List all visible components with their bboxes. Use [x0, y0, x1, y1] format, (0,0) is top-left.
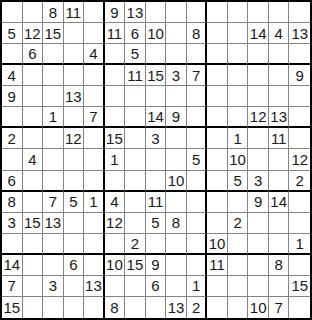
cell-r6c11[interactable] — [207, 107, 228, 128]
cell-r13c7: 15 — [125, 255, 146, 276]
cell-r5c10[interactable] — [187, 86, 208, 107]
cell-r4c11[interactable] — [207, 65, 228, 86]
cell-r9c4[interactable] — [64, 171, 85, 192]
cell-r7c1: 2 — [2, 128, 23, 149]
cell-r12c8[interactable] — [146, 234, 167, 255]
cell-r1c4: 11 — [64, 2, 85, 23]
cell-r11c9: 8 — [166, 213, 187, 234]
cell-r12c7: 2 — [125, 234, 146, 255]
cell-r14c8: 6 — [146, 276, 167, 297]
cell-r10c1: 8 — [2, 192, 23, 213]
cell-r1c13[interactable] — [248, 2, 269, 23]
cell-r10c5: 1 — [84, 192, 105, 213]
cell-r15c6: 8 — [105, 297, 126, 318]
cell-r15c8[interactable] — [146, 297, 167, 318]
cell-r13c6: 10 — [105, 255, 126, 276]
cell-r11c7[interactable] — [125, 213, 146, 234]
cell-r14c13[interactable] — [248, 276, 269, 297]
cell-r11c11[interactable] — [207, 213, 228, 234]
cell-r12c3[interactable] — [43, 234, 64, 255]
cell-r3c11[interactable] — [207, 44, 228, 65]
cell-r7c10[interactable] — [187, 128, 208, 149]
cell-r11c12: 2 — [228, 213, 249, 234]
cell-r4c15: 9 — [289, 65, 310, 86]
cell-r12c2[interactable] — [23, 234, 44, 255]
cell-r3c3[interactable] — [43, 44, 64, 65]
cell-r6c10[interactable] — [187, 107, 208, 128]
cell-r5c4: 13 — [64, 86, 85, 107]
cell-r8c15: 12 — [289, 149, 310, 170]
cell-r13c9[interactable] — [166, 255, 187, 276]
cell-r2c12[interactable] — [228, 23, 249, 44]
cell-r6c7[interactable] — [125, 107, 146, 128]
cell-r1c5[interactable] — [84, 2, 105, 23]
cell-r2c2: 12 — [23, 23, 44, 44]
cell-r10c15[interactable] — [289, 192, 310, 213]
cell-r8c10: 5 — [187, 149, 208, 170]
cell-r14c5: 13 — [84, 276, 105, 297]
cell-r2c13: 14 — [248, 23, 269, 44]
cell-r12c12[interactable] — [228, 234, 249, 255]
cell-r6c8: 14 — [146, 107, 167, 128]
cell-r9c8[interactable] — [146, 171, 167, 192]
cell-r15c5[interactable] — [84, 297, 105, 318]
cell-r9c13: 3 — [248, 171, 269, 192]
cell-r12c4[interactable] — [64, 234, 85, 255]
cell-r9c9: 10 — [166, 171, 187, 192]
cell-r10c3: 7 — [43, 192, 64, 213]
cell-r8c9[interactable] — [166, 149, 187, 170]
cell-r6c4[interactable] — [64, 107, 85, 128]
cell-r15c9: 13 — [166, 297, 187, 318]
cell-r2c3: 15 — [43, 23, 64, 44]
cell-r4c1: 4 — [2, 65, 23, 86]
cell-r3c7: 5 — [125, 44, 146, 65]
cell-r1c6: 9 — [105, 2, 126, 23]
cell-r3c1[interactable] — [2, 44, 23, 65]
cell-r2c9[interactable] — [166, 23, 187, 44]
cell-r9c6[interactable] — [105, 171, 126, 192]
cell-r6c14: 13 — [269, 107, 290, 128]
cell-r14c1: 7 — [2, 276, 23, 297]
cell-r13c12[interactable] — [228, 255, 249, 276]
cell-r9c7[interactable] — [125, 171, 146, 192]
cell-r14c3: 3 — [43, 276, 64, 297]
cell-r4c9: 3 — [166, 65, 187, 86]
cell-r5c5[interactable] — [84, 86, 105, 107]
cell-r4c4[interactable] — [64, 65, 85, 86]
cell-r10c14: 14 — [269, 192, 290, 213]
cell-r2c10: 8 — [187, 23, 208, 44]
cell-r1c15[interactable] — [289, 2, 310, 23]
cell-r7c15[interactable] — [289, 128, 310, 149]
cell-r4c6[interactable] — [105, 65, 126, 86]
cell-r8c4[interactable] — [64, 149, 85, 170]
cell-r5c11[interactable] — [207, 86, 228, 107]
cell-r11c5[interactable] — [84, 213, 105, 234]
cell-r5c15[interactable] — [289, 86, 310, 107]
cell-r9c2[interactable] — [23, 171, 44, 192]
cell-r4c8: 15 — [146, 65, 167, 86]
cell-r9c14[interactable] — [269, 171, 290, 192]
cell-r9c15: 2 — [289, 171, 310, 192]
cell-r13c8: 9 — [146, 255, 167, 276]
cell-r10c7[interactable] — [125, 192, 146, 213]
cell-r5c1: 9 — [2, 86, 23, 107]
cell-r12c13[interactable] — [248, 234, 269, 255]
cell-r13c3[interactable] — [43, 255, 64, 276]
cell-r7c13[interactable] — [248, 128, 269, 149]
cell-r3c10[interactable] — [187, 44, 208, 65]
cell-r10c4: 5 — [64, 192, 85, 213]
cell-r13c14: 8 — [269, 255, 290, 276]
cell-r14c12[interactable] — [228, 276, 249, 297]
cell-r11c10[interactable] — [187, 213, 208, 234]
cell-r1c11[interactable] — [207, 2, 228, 23]
cell-r11c14[interactable] — [269, 213, 290, 234]
cell-r11c15[interactable] — [289, 213, 310, 234]
cell-r8c5[interactable] — [84, 149, 105, 170]
cell-r15c12[interactable] — [228, 297, 249, 318]
cell-r15c1: 15 — [2, 297, 23, 318]
cell-r11c4[interactable] — [64, 213, 85, 234]
cell-r8c14[interactable] — [269, 149, 290, 170]
cell-r15c10: 2 — [187, 297, 208, 318]
cell-r1c9[interactable] — [166, 2, 187, 23]
cell-r15c13: 10 — [248, 297, 269, 318]
cell-r12c15: 1 — [289, 234, 310, 255]
cell-r13c15[interactable] — [289, 255, 310, 276]
cell-r11c1: 3 — [2, 213, 23, 234]
cell-r1c1[interactable] — [2, 2, 23, 23]
cell-r7c4: 12 — [64, 128, 85, 149]
cell-r14c2[interactable] — [23, 276, 44, 297]
cell-r3c14[interactable] — [269, 44, 290, 65]
cell-r11c2: 15 — [23, 213, 44, 234]
cell-r1c10[interactable] — [187, 2, 208, 23]
cell-r14c4[interactable] — [64, 276, 85, 297]
sudoku-board-15x15: 8119135121511610814413645411153799131714… — [0, 0, 312, 320]
cell-r14c10: 1 — [187, 276, 208, 297]
cell-r10c6: 4 — [105, 192, 126, 213]
cell-r6c13: 12 — [248, 107, 269, 128]
cell-r11c3: 13 — [43, 213, 64, 234]
cell-r13c10[interactable] — [187, 255, 208, 276]
cell-r2c11[interactable] — [207, 23, 228, 44]
cell-r2c15: 13 — [289, 23, 310, 44]
cell-r2c7: 6 — [125, 23, 146, 44]
cell-r15c2[interactable] — [23, 297, 44, 318]
cell-r5c3[interactable] — [43, 86, 64, 107]
cell-r14c7[interactable] — [125, 276, 146, 297]
cell-r14c6[interactable] — [105, 276, 126, 297]
cell-r13c1: 14 — [2, 255, 23, 276]
cell-r3c2: 6 — [23, 44, 44, 65]
cell-r5c6[interactable] — [105, 86, 126, 107]
cell-r11c8: 5 — [146, 213, 167, 234]
cell-r10c12[interactable] — [228, 192, 249, 213]
cell-r9c1: 6 — [2, 171, 23, 192]
cell-r7c11[interactable] — [207, 128, 228, 149]
cell-r4c3[interactable] — [43, 65, 64, 86]
cell-r7c7[interactable] — [125, 128, 146, 149]
cell-r7c6: 15 — [105, 128, 126, 149]
cell-r15c15[interactable] — [289, 297, 310, 318]
cell-r9c11[interactable] — [207, 171, 228, 192]
cell-r3c5: 4 — [84, 44, 105, 65]
cell-r12c14[interactable] — [269, 234, 290, 255]
cell-r4c12[interactable] — [228, 65, 249, 86]
cell-r4c2[interactable] — [23, 65, 44, 86]
cell-r5c7[interactable] — [125, 86, 146, 107]
cell-r5c13[interactable] — [248, 86, 269, 107]
cell-r1c12[interactable] — [228, 2, 249, 23]
cell-r8c13[interactable] — [248, 149, 269, 170]
cell-r15c4[interactable] — [64, 297, 85, 318]
cell-r10c2[interactable] — [23, 192, 44, 213]
cell-r1c3: 8 — [43, 2, 64, 23]
cell-r3c8[interactable] — [146, 44, 167, 65]
cell-r7c2[interactable] — [23, 128, 44, 149]
cell-r13c11: 11 — [207, 255, 228, 276]
cell-r7c12: 1 — [228, 128, 249, 149]
cell-r2c14: 4 — [269, 23, 290, 44]
cell-r6c9: 9 — [166, 107, 187, 128]
cell-r3c15[interactable] — [289, 44, 310, 65]
cell-r13c13[interactable] — [248, 255, 269, 276]
cell-r3c4[interactable] — [64, 44, 85, 65]
cell-r14c11[interactable] — [207, 276, 228, 297]
cell-r8c8[interactable] — [146, 149, 167, 170]
cell-r9c3[interactable] — [43, 171, 64, 192]
cell-r10c8: 11 — [146, 192, 167, 213]
cell-r1c2[interactable] — [23, 2, 44, 23]
cell-r4c5[interactable] — [84, 65, 105, 86]
cell-r15c14: 7 — [269, 297, 290, 318]
cell-r15c3[interactable] — [43, 297, 64, 318]
cell-r3c9[interactable] — [166, 44, 187, 65]
cell-r8c2: 4 — [23, 149, 44, 170]
cell-r4c13[interactable] — [248, 65, 269, 86]
cell-r6c2[interactable] — [23, 107, 44, 128]
cell-r9c10[interactable] — [187, 171, 208, 192]
cell-r7c3[interactable] — [43, 128, 64, 149]
cell-r7c8: 3 — [146, 128, 167, 149]
cell-r13c4: 6 — [64, 255, 85, 276]
cell-r15c7[interactable] — [125, 297, 146, 318]
cell-r14c14[interactable] — [269, 276, 290, 297]
cell-r10c10[interactable] — [187, 192, 208, 213]
cell-r2c4[interactable] — [64, 23, 85, 44]
cell-r9c12: 5 — [228, 171, 249, 192]
cell-r5c12[interactable] — [228, 86, 249, 107]
cell-r11c6: 12 — [105, 213, 126, 234]
cell-r3c13[interactable] — [248, 44, 269, 65]
cell-r2c1: 5 — [2, 23, 23, 44]
cell-r3c6[interactable] — [105, 44, 126, 65]
cell-r8c11[interactable] — [207, 149, 228, 170]
cell-r1c8[interactable] — [146, 2, 167, 23]
cell-r7c5[interactable] — [84, 128, 105, 149]
cell-r8c6: 1 — [105, 149, 126, 170]
cell-r8c1[interactable] — [2, 149, 23, 170]
cell-r8c12: 10 — [228, 149, 249, 170]
cell-r7c14: 11 — [269, 128, 290, 149]
cell-r10c9[interactable] — [166, 192, 187, 213]
cell-r10c11[interactable] — [207, 192, 228, 213]
cell-r8c7[interactable] — [125, 149, 146, 170]
cell-r6c15[interactable] — [289, 107, 310, 128]
cell-r6c6[interactable] — [105, 107, 126, 128]
cell-r12c11: 10 — [207, 234, 228, 255]
cell-r12c5[interactable] — [84, 234, 105, 255]
cell-r13c2[interactable] — [23, 255, 44, 276]
cell-r4c10: 7 — [187, 65, 208, 86]
cell-r5c8[interactable] — [146, 86, 167, 107]
cell-r6c1[interactable] — [2, 107, 23, 128]
cell-r4c7: 11 — [125, 65, 146, 86]
cell-r12c1[interactable] — [2, 234, 23, 255]
cell-r7c9[interactable] — [166, 128, 187, 149]
cell-r5c14[interactable] — [269, 86, 290, 107]
cell-r13c5[interactable] — [84, 255, 105, 276]
cell-r8c3[interactable] — [43, 149, 64, 170]
cell-r12c9[interactable] — [166, 234, 187, 255]
cell-r2c5[interactable] — [84, 23, 105, 44]
cell-r6c5: 7 — [84, 107, 105, 128]
cell-r6c12[interactable] — [228, 107, 249, 128]
cell-r15c11[interactable] — [207, 297, 228, 318]
cell-r6c3: 1 — [43, 107, 64, 128]
cell-r2c6: 11 — [105, 23, 126, 44]
cell-r1c14[interactable] — [269, 2, 290, 23]
cell-r11c13[interactable] — [248, 213, 269, 234]
cell-r5c2[interactable] — [23, 86, 44, 107]
cell-r2c8: 10 — [146, 23, 167, 44]
cell-r1c7: 13 — [125, 2, 146, 23]
cell-r14c9[interactable] — [166, 276, 187, 297]
cell-r3c12[interactable] — [228, 44, 249, 65]
cell-r12c6[interactable] — [105, 234, 126, 255]
cell-r4c14[interactable] — [269, 65, 290, 86]
cell-r12c10[interactable] — [187, 234, 208, 255]
cell-r10c13: 9 — [248, 192, 269, 213]
cell-r9c5[interactable] — [84, 171, 105, 192]
cell-r14c15: 15 — [289, 276, 310, 297]
cell-r5c9[interactable] — [166, 86, 187, 107]
